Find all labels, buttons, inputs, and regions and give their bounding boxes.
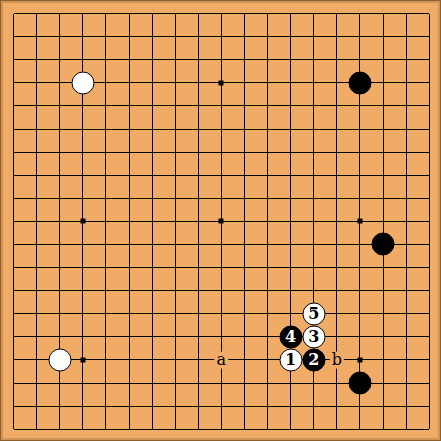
- intersection-B12: [25, 164, 48, 187]
- intersection-Q16: [348, 71, 371, 94]
- move-1-white-stone-N4: 1: [279, 348, 302, 371]
- intersection-H8: [164, 256, 187, 279]
- intersection-M5: [256, 325, 279, 348]
- intersection-A15: [2, 94, 25, 117]
- intersection-K17: [210, 48, 233, 71]
- intersection-B3: [25, 372, 48, 395]
- intersection-D15: [71, 94, 94, 117]
- intersection-G12: [141, 164, 164, 187]
- intersection-M2: [256, 395, 279, 418]
- intersection-P3: [325, 372, 348, 395]
- intersection-A12: [2, 164, 25, 187]
- point-label-b: b: [330, 352, 344, 369]
- intersection-E1: [94, 418, 117, 441]
- intersection-J15: [187, 94, 210, 117]
- intersection-T8: [418, 256, 441, 279]
- star-point-D10: [80, 219, 85, 224]
- intersection-L9: [233, 233, 256, 256]
- intersection-B5: [25, 325, 48, 348]
- intersection-T1: [418, 418, 441, 441]
- intersection-C5: [48, 325, 71, 348]
- intersection-J4: [187, 348, 210, 371]
- intersection-M9: [256, 233, 279, 256]
- intersection-F15: [117, 94, 140, 117]
- intersection-F1: [117, 418, 140, 441]
- intersection-J11: [187, 187, 210, 210]
- intersection-R6: [372, 302, 395, 325]
- move-5-white-stone-O6: 5: [302, 302, 325, 325]
- intersection-L13: [233, 141, 256, 164]
- intersection-N1: [279, 418, 302, 441]
- white-stone-D16: [71, 71, 94, 94]
- intersection-Q18: [348, 25, 371, 48]
- intersection-J17: [187, 48, 210, 71]
- intersection-T17: [418, 48, 441, 71]
- intersection-P17: [325, 48, 348, 71]
- intersection-J16: [187, 71, 210, 94]
- intersection-K8: [210, 256, 233, 279]
- intersection-L6: [233, 302, 256, 325]
- intersection-R15: [372, 94, 395, 117]
- intersection-F3: [117, 372, 140, 395]
- intersection-R10: [372, 210, 395, 233]
- intersection-S4: [395, 348, 418, 371]
- intersection-S5: [395, 325, 418, 348]
- intersection-D19: [71, 2, 94, 25]
- intersection-M6: [256, 302, 279, 325]
- intersection-S11: [395, 187, 418, 210]
- intersection-N9: [279, 233, 302, 256]
- intersection-N15: [279, 94, 302, 117]
- intersection-N19: [279, 2, 302, 25]
- intersection-T12: [418, 164, 441, 187]
- intersection-P8: [325, 256, 348, 279]
- white-stone-C4: [48, 348, 71, 371]
- intersection-Q10: [348, 210, 371, 233]
- intersection-E12: [94, 164, 117, 187]
- intersection-K3: [210, 372, 233, 395]
- star-point-Q4: [357, 357, 362, 362]
- intersection-G18: [141, 25, 164, 48]
- intersection-R1: [372, 418, 395, 441]
- board-grid: 543a12b: [2, 2, 441, 441]
- intersection-S9: [395, 233, 418, 256]
- intersection-F7: [117, 279, 140, 302]
- intersection-D9: [71, 233, 94, 256]
- intersection-P15: [325, 94, 348, 117]
- intersection-N14: [279, 117, 302, 140]
- intersection-J18: [187, 25, 210, 48]
- intersection-A10: [2, 210, 25, 233]
- intersection-T10: [418, 210, 441, 233]
- intersection-S1: [395, 418, 418, 441]
- intersection-J5: [187, 325, 210, 348]
- intersection-C19: [48, 2, 71, 25]
- intersection-M16: [256, 71, 279, 94]
- intersection-R9: [372, 233, 395, 256]
- intersection-Q15: [348, 94, 371, 117]
- intersection-M17: [256, 48, 279, 71]
- intersection-C2: [48, 395, 71, 418]
- intersection-F8: [117, 256, 140, 279]
- intersection-J13: [187, 141, 210, 164]
- intersection-H17: [164, 48, 187, 71]
- intersection-M3: [256, 372, 279, 395]
- intersection-E13: [94, 141, 117, 164]
- intersection-H2: [164, 395, 187, 418]
- intersection-J1: [187, 418, 210, 441]
- intersection-F18: [117, 25, 140, 48]
- intersection-T11: [418, 187, 441, 210]
- intersection-H5: [164, 325, 187, 348]
- intersection-A8: [2, 256, 25, 279]
- intersection-R17: [372, 48, 395, 71]
- intersection-N16: [279, 71, 302, 94]
- intersection-P2: [325, 395, 348, 418]
- intersection-O18: [302, 25, 325, 48]
- intersection-Q13: [348, 141, 371, 164]
- intersection-H14: [164, 117, 187, 140]
- intersection-R18: [372, 25, 395, 48]
- intersection-M18: [256, 25, 279, 48]
- intersection-H15: [164, 94, 187, 117]
- intersection-L8: [233, 256, 256, 279]
- intersection-B15: [25, 94, 48, 117]
- intersection-O15: [302, 94, 325, 117]
- intersection-N7: [279, 279, 302, 302]
- intersection-A17: [2, 48, 25, 71]
- intersection-O4: 2: [302, 348, 325, 371]
- intersection-N8: [279, 256, 302, 279]
- intersection-K4: a: [210, 348, 233, 371]
- intersection-C18: [48, 25, 71, 48]
- intersection-H13: [164, 141, 187, 164]
- intersection-D4: [71, 348, 94, 371]
- intersection-C6: [48, 302, 71, 325]
- intersection-G11: [141, 187, 164, 210]
- intersection-G15: [141, 94, 164, 117]
- intersection-B4: [25, 348, 48, 371]
- intersection-D7: [71, 279, 94, 302]
- intersection-T16: [418, 71, 441, 94]
- intersection-S16: [395, 71, 418, 94]
- intersection-N5: 4: [279, 325, 302, 348]
- intersection-B2: [25, 395, 48, 418]
- black-stone-Q3: [348, 372, 371, 395]
- intersection-C15: [48, 94, 71, 117]
- intersection-Q9: [348, 233, 371, 256]
- intersection-O1: [302, 418, 325, 441]
- intersection-S14: [395, 117, 418, 140]
- intersection-A3: [2, 372, 25, 395]
- intersection-E9: [94, 233, 117, 256]
- intersection-C16: [48, 71, 71, 94]
- intersection-A5: [2, 325, 25, 348]
- intersection-S17: [395, 48, 418, 71]
- intersection-G17: [141, 48, 164, 71]
- intersection-O9: [302, 233, 325, 256]
- intersection-E6: [94, 302, 117, 325]
- black-stone-R9: [372, 233, 395, 256]
- intersection-K13: [210, 141, 233, 164]
- intersection-K14: [210, 117, 233, 140]
- intersection-M8: [256, 256, 279, 279]
- intersection-F12: [117, 164, 140, 187]
- intersection-T7: [418, 279, 441, 302]
- intersection-D3: [71, 372, 94, 395]
- go-board: 543a12b: [0, 0, 441, 441]
- intersection-Q3: [348, 372, 371, 395]
- intersection-A13: [2, 141, 25, 164]
- intersection-G1: [141, 418, 164, 441]
- intersection-G3: [141, 372, 164, 395]
- intersection-A19: [2, 2, 25, 25]
- intersection-F11: [117, 187, 140, 210]
- intersection-C10: [48, 210, 71, 233]
- intersection-O2: [302, 395, 325, 418]
- intersection-G7: [141, 279, 164, 302]
- intersection-B6: [25, 302, 48, 325]
- intersection-C1: [48, 418, 71, 441]
- intersection-G2: [141, 395, 164, 418]
- black-stone-Q16: [348, 71, 371, 94]
- intersection-N17: [279, 48, 302, 71]
- intersection-B16: [25, 71, 48, 94]
- intersection-D18: [71, 25, 94, 48]
- intersection-F5: [117, 325, 140, 348]
- intersection-J6: [187, 302, 210, 325]
- intersection-O16: [302, 71, 325, 94]
- intersection-J7: [187, 279, 210, 302]
- intersection-E7: [94, 279, 117, 302]
- intersection-O14: [302, 117, 325, 140]
- intersection-M11: [256, 187, 279, 210]
- intersection-L19: [233, 2, 256, 25]
- intersection-E3: [94, 372, 117, 395]
- intersection-G8: [141, 256, 164, 279]
- intersection-R12: [372, 164, 395, 187]
- intersection-P13: [325, 141, 348, 164]
- intersection-P12: [325, 164, 348, 187]
- intersection-P6: [325, 302, 348, 325]
- intersection-O19: [302, 2, 325, 25]
- intersection-Q14: [348, 117, 371, 140]
- intersection-K1: [210, 418, 233, 441]
- intersection-E17: [94, 48, 117, 71]
- intersection-B7: [25, 279, 48, 302]
- intersection-B8: [25, 256, 48, 279]
- intersection-P9: [325, 233, 348, 256]
- intersection-R16: [372, 71, 395, 94]
- intersection-Q7: [348, 279, 371, 302]
- intersection-P10: [325, 210, 348, 233]
- intersection-T2: [418, 395, 441, 418]
- intersection-B1: [25, 418, 48, 441]
- intersection-S7: [395, 279, 418, 302]
- intersection-M15: [256, 94, 279, 117]
- intersection-G4: [141, 348, 164, 371]
- intersection-R4: [372, 348, 395, 371]
- intersection-E8: [94, 256, 117, 279]
- intersection-K2: [210, 395, 233, 418]
- intersection-F2: [117, 395, 140, 418]
- intersection-P18: [325, 25, 348, 48]
- intersection-H16: [164, 71, 187, 94]
- intersection-E16: [94, 71, 117, 94]
- intersection-E11: [94, 187, 117, 210]
- intersection-D16: [71, 71, 94, 94]
- intersection-N18: [279, 25, 302, 48]
- intersection-R2: [372, 395, 395, 418]
- intersection-L12: [233, 164, 256, 187]
- intersection-H10: [164, 210, 187, 233]
- intersection-G6: [141, 302, 164, 325]
- intersection-K7: [210, 279, 233, 302]
- point-label-a: a: [215, 352, 229, 369]
- intersection-K9: [210, 233, 233, 256]
- intersection-E15: [94, 94, 117, 117]
- intersection-O5: 3: [302, 325, 325, 348]
- intersection-N11: [279, 187, 302, 210]
- intersection-B10: [25, 210, 48, 233]
- intersection-D10: [71, 210, 94, 233]
- intersection-N10: [279, 210, 302, 233]
- intersection-C7: [48, 279, 71, 302]
- intersection-A7: [2, 279, 25, 302]
- intersection-B17: [25, 48, 48, 71]
- intersection-H9: [164, 233, 187, 256]
- intersection-D11: [71, 187, 94, 210]
- intersection-P5: [325, 325, 348, 348]
- intersection-E5: [94, 325, 117, 348]
- intersection-M4: [256, 348, 279, 371]
- intersection-O3: [302, 372, 325, 395]
- intersection-C14: [48, 117, 71, 140]
- intersection-G19: [141, 2, 164, 25]
- intersection-S6: [395, 302, 418, 325]
- intersection-H11: [164, 187, 187, 210]
- intersection-E18: [94, 25, 117, 48]
- move-2-black-stone-O4: 2: [302, 348, 325, 371]
- intersection-Q19: [348, 2, 371, 25]
- intersection-F16: [117, 71, 140, 94]
- intersection-A4: [2, 348, 25, 371]
- intersection-R11: [372, 187, 395, 210]
- intersection-A2: [2, 395, 25, 418]
- intersection-A16: [2, 71, 25, 94]
- intersection-G5: [141, 325, 164, 348]
- intersection-P1: [325, 418, 348, 441]
- intersection-H18: [164, 25, 187, 48]
- intersection-M14: [256, 117, 279, 140]
- intersection-K5: [210, 325, 233, 348]
- intersection-E14: [94, 117, 117, 140]
- intersection-L10: [233, 210, 256, 233]
- intersection-R19: [372, 2, 395, 25]
- intersection-P14: [325, 117, 348, 140]
- intersection-S15: [395, 94, 418, 117]
- intersection-F4: [117, 348, 140, 371]
- intersection-H12: [164, 164, 187, 187]
- move-4-black-stone-N5: 4: [279, 325, 302, 348]
- intersection-M7: [256, 279, 279, 302]
- intersection-Q2: [348, 395, 371, 418]
- intersection-Q8: [348, 256, 371, 279]
- intersection-S10: [395, 210, 418, 233]
- intersection-T14: [418, 117, 441, 140]
- intersection-L4: [233, 348, 256, 371]
- intersection-O6: 5: [302, 302, 325, 325]
- star-point-D4: [80, 357, 85, 362]
- intersection-Q11: [348, 187, 371, 210]
- intersection-P11: [325, 187, 348, 210]
- intersection-G9: [141, 233, 164, 256]
- intersection-K11: [210, 187, 233, 210]
- intersection-A18: [2, 25, 25, 48]
- intersection-A11: [2, 187, 25, 210]
- intersection-O10: [302, 210, 325, 233]
- intersection-G14: [141, 117, 164, 140]
- intersection-K18: [210, 25, 233, 48]
- intersection-N12: [279, 164, 302, 187]
- intersection-P19: [325, 2, 348, 25]
- intersection-N13: [279, 141, 302, 164]
- intersection-R7: [372, 279, 395, 302]
- intersection-L3: [233, 372, 256, 395]
- intersection-G10: [141, 210, 164, 233]
- intersection-Q6: [348, 302, 371, 325]
- intersection-D12: [71, 164, 94, 187]
- intersection-J9: [187, 233, 210, 256]
- intersection-O7: [302, 279, 325, 302]
- intersection-G13: [141, 141, 164, 164]
- intersection-H7: [164, 279, 187, 302]
- intersection-D2: [71, 395, 94, 418]
- intersection-M10: [256, 210, 279, 233]
- intersection-C3: [48, 372, 71, 395]
- intersection-H1: [164, 418, 187, 441]
- star-point-K16: [219, 80, 224, 85]
- star-point-K10: [219, 219, 224, 224]
- intersection-L11: [233, 187, 256, 210]
- intersection-O17: [302, 48, 325, 71]
- intersection-R13: [372, 141, 395, 164]
- intersection-C8: [48, 256, 71, 279]
- intersection-J19: [187, 2, 210, 25]
- intersection-Q12: [348, 164, 371, 187]
- intersection-T6: [418, 302, 441, 325]
- intersection-F14: [117, 117, 140, 140]
- intersection-T9: [418, 233, 441, 256]
- intersection-D5: [71, 325, 94, 348]
- intersection-T4: [418, 348, 441, 371]
- intersection-J14: [187, 117, 210, 140]
- intersection-Q17: [348, 48, 371, 71]
- intersection-S3: [395, 372, 418, 395]
- intersection-Q1: [348, 418, 371, 441]
- intersection-S12: [395, 164, 418, 187]
- intersection-O12: [302, 164, 325, 187]
- intersection-L2: [233, 395, 256, 418]
- intersection-K10: [210, 210, 233, 233]
- intersection-P7: [325, 279, 348, 302]
- intersection-Q4: [348, 348, 371, 371]
- intersection-T5: [418, 325, 441, 348]
- intersection-M1: [256, 418, 279, 441]
- intersection-A1: [2, 418, 25, 441]
- intersection-D14: [71, 117, 94, 140]
- intersection-B13: [25, 141, 48, 164]
